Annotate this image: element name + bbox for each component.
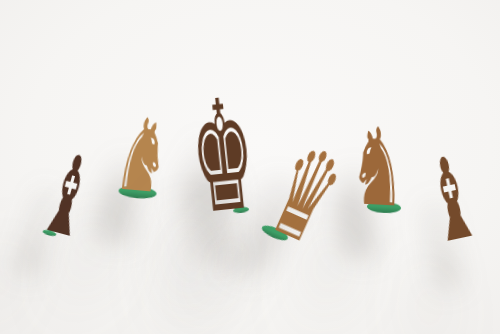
bishop-icon: ♝ bbox=[417, 139, 488, 260]
piece-bishop-right: ♝ bbox=[390, 134, 500, 267]
chess-pieces-photo: ♝♞♚♛♞♝ bbox=[0, 0, 500, 334]
